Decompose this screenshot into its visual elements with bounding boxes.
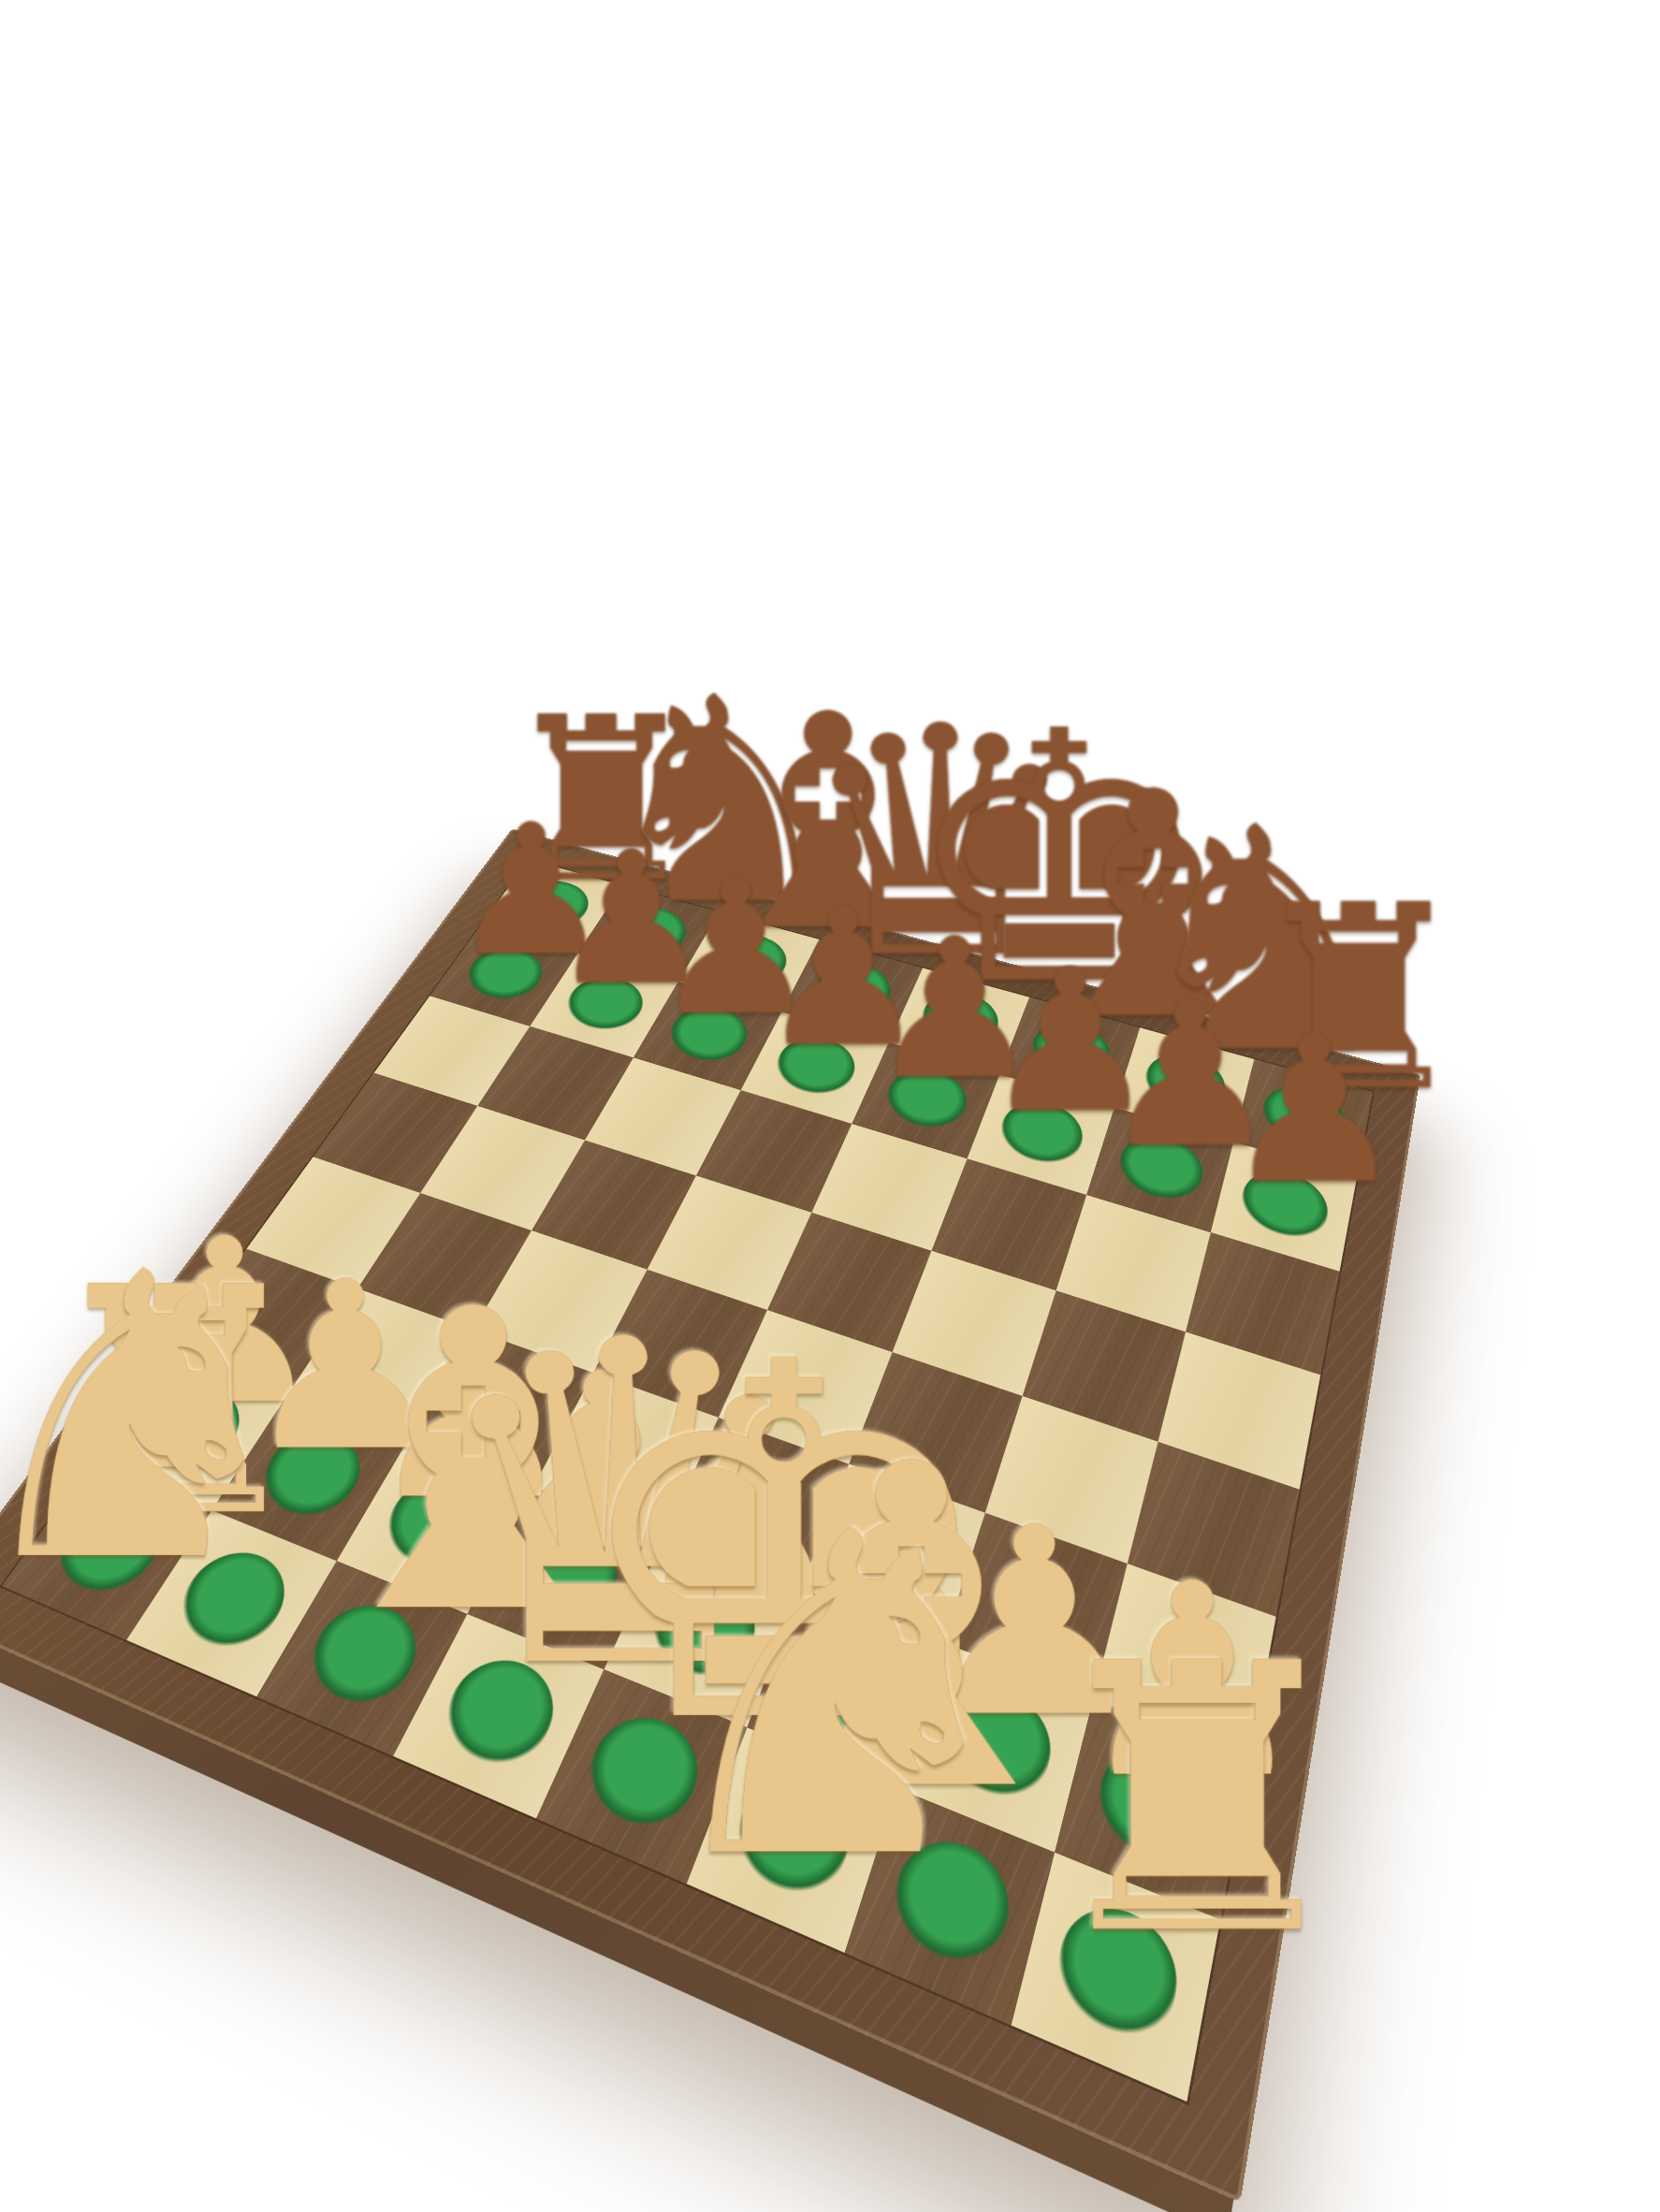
square-h6[interactable] [1186, 1232, 1339, 1375]
piece-white-knight[interactable]: ♞ [867, 1493, 1036, 1902]
piece-white-queen[interactable]: ♛ [422, 1302, 578, 1712]
piece-black-pawn[interactable]: ♟ [758, 891, 874, 1066]
piece-black-pawn[interactable]: ♟ [549, 835, 661, 1004]
chess-board[interactable]: ♜♞♝♛♚♝♞♜♟♟♟♟♟♟♟♟♟♟♟♟♟♟♟♟♜♞♝♛♚♝♞♜ [2, 860, 1373, 2103]
piece-black-pawn[interactable]: ♟ [1100, 983, 1222, 1168]
piece-black-pawn[interactable]: ♟ [982, 952, 1101, 1133]
piece-white-bishop[interactable]: ♝ [287, 1273, 440, 1654]
photo-canvas: ♜♞♝♛♚♝♞♜♟♟♟♟♟♟♟♟♟♟♟♟♟♟♟♟♜♞♝♛♚♝♞♜ [0, 0, 1660, 2212]
square-h1[interactable]: ♜ [1012, 1853, 1220, 2102]
square-g7[interactable]: ♟ [1086, 1108, 1233, 1232]
square-g1[interactable]: ♞ [845, 1788, 1055, 2025]
piece-black-pawn[interactable]: ♟ [1223, 1016, 1347, 1204]
scene: ♜♞♝♛♚♝♞♜♟♟♟♟♟♟♟♟♟♟♟♟♟♟♟♟♜♞♝♛♚♝♞♜ [0, 0, 1660, 2212]
piece-white-rook[interactable]: ♜ [1031, 1632, 1203, 1972]
board-3d: ♜♞♝♛♚♝♞♜♟♟♟♟♟♟♟♟♟♟♟♟♟♟♟♟♜♞♝♛♚♝♞♜ [0, 829, 1420, 2203]
piece-black-pawn[interactable]: ♟ [868, 921, 986, 1099]
piece-black-pawn[interactable]: ♟ [450, 808, 561, 974]
piece-white-knight[interactable]: ♞ [159, 1237, 308, 1600]
piece-black-pawn[interactable]: ♟ [651, 863, 765, 1035]
